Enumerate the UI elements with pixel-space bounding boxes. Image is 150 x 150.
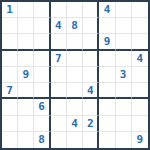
cell-r3c2[interactable]: [18, 34, 34, 50]
cell-r9c7[interactable]: [99, 132, 115, 148]
cell-r5c3[interactable]: [34, 67, 50, 83]
cell-r4c7[interactable]: [99, 51, 115, 67]
cell-r7c3[interactable]: 6: [34, 99, 50, 115]
cell-r1c4[interactable]: [51, 2, 67, 18]
cell-r6c1[interactable]: 7: [2, 83, 18, 99]
cell-r5c8[interactable]: 3: [116, 67, 132, 83]
cell-r5c1[interactable]: [2, 67, 18, 83]
cell-r1c6[interactable]: [83, 2, 99, 18]
given-digit: 2: [87, 117, 94, 128]
cell-r9c5[interactable]: [67, 132, 83, 148]
cell-r1c3[interactable]: [34, 2, 50, 18]
cell-r3c5[interactable]: [67, 34, 83, 50]
cell-r5c9[interactable]: [132, 67, 148, 83]
sudoku-board: 1448974937464289: [0, 0, 150, 150]
cell-r2c1[interactable]: [2, 18, 18, 34]
given-digit: 1: [6, 4, 13, 15]
cell-r8c4[interactable]: [51, 116, 67, 132]
cell-r2c5[interactable]: 8: [67, 18, 83, 34]
given-digit: 4: [55, 20, 62, 31]
cell-r2c3[interactable]: [34, 18, 50, 34]
cell-r5c6[interactable]: [83, 67, 99, 83]
cell-r3c7[interactable]: 9: [99, 34, 115, 50]
given-digit: 7: [55, 52, 62, 63]
cell-r6c5[interactable]: [67, 83, 83, 99]
cell-r5c7[interactable]: [99, 67, 115, 83]
cell-r7c1[interactable]: [2, 99, 18, 115]
cell-r7c2[interactable]: [18, 99, 34, 115]
cell-r5c5[interactable]: [67, 67, 83, 83]
cell-r8c8[interactable]: [116, 116, 132, 132]
cell-r3c6[interactable]: [83, 34, 99, 50]
cell-r4c6[interactable]: [83, 51, 99, 67]
cell-r6c2[interactable]: [18, 83, 34, 99]
cell-r6c8[interactable]: [116, 83, 132, 99]
cell-r1c7[interactable]: 4: [99, 2, 115, 18]
given-digit: 4: [137, 52, 144, 63]
cell-r5c4[interactable]: [51, 67, 67, 83]
given-digit: 9: [137, 134, 144, 145]
cell-r2c7[interactable]: [99, 18, 115, 34]
cell-r4c4[interactable]: 7: [51, 51, 67, 67]
cell-r1c8[interactable]: [116, 2, 132, 18]
cell-r7c9[interactable]: [132, 99, 148, 115]
cell-r1c5[interactable]: [67, 2, 83, 18]
given-digit: 3: [120, 68, 127, 79]
cell-r7c7[interactable]: [99, 99, 115, 115]
cell-r3c9[interactable]: [132, 34, 148, 50]
cell-r9c9[interactable]: 9: [132, 132, 148, 148]
cell-r4c8[interactable]: [116, 51, 132, 67]
cell-r2c6[interactable]: [83, 18, 99, 34]
cell-r6c4[interactable]: [51, 83, 67, 99]
cell-r4c5[interactable]: [67, 51, 83, 67]
cell-r7c6[interactable]: [83, 99, 99, 115]
cell-r8c5[interactable]: 4: [67, 116, 83, 132]
cell-r9c8[interactable]: [116, 132, 132, 148]
cell-r7c8[interactable]: [116, 99, 132, 115]
cell-r4c2[interactable]: [18, 51, 34, 67]
cell-r7c4[interactable]: [51, 99, 67, 115]
given-digit: 9: [23, 68, 30, 79]
given-digit: 7: [6, 84, 13, 95]
cell-r9c3[interactable]: 8: [34, 132, 50, 148]
cell-r6c6[interactable]: 4: [83, 83, 99, 99]
cell-r5c2[interactable]: 9: [18, 67, 34, 83]
cell-r6c9[interactable]: [132, 83, 148, 99]
cell-r2c8[interactable]: [116, 18, 132, 34]
cell-r1c1[interactable]: 1: [2, 2, 18, 18]
given-digit: 4: [104, 4, 111, 15]
cell-r4c1[interactable]: [2, 51, 18, 67]
given-digit: 6: [38, 101, 45, 112]
cell-r9c6[interactable]: [83, 132, 99, 148]
cell-r8c6[interactable]: 2: [83, 116, 99, 132]
cell-r9c2[interactable]: [18, 132, 34, 148]
cell-r8c2[interactable]: [18, 116, 34, 132]
cell-r2c4[interactable]: 4: [51, 18, 67, 34]
cell-r7c5[interactable]: [67, 99, 83, 115]
cell-r3c4[interactable]: [51, 34, 67, 50]
given-digit: 8: [71, 20, 78, 31]
cell-r8c9[interactable]: [132, 116, 148, 132]
cell-r8c3[interactable]: [34, 116, 50, 132]
given-digit: 4: [87, 84, 94, 95]
cell-r1c9[interactable]: [132, 2, 148, 18]
given-digit: 8: [38, 134, 45, 145]
cell-r3c8[interactable]: [116, 34, 132, 50]
cell-r8c7[interactable]: [99, 116, 115, 132]
cell-r9c1[interactable]: [2, 132, 18, 148]
given-digit: 4: [71, 117, 78, 128]
cell-r4c9[interactable]: 4: [132, 51, 148, 67]
cell-r2c2[interactable]: [18, 18, 34, 34]
cell-r1c2[interactable]: [18, 2, 34, 18]
cell-r4c3[interactable]: [34, 51, 50, 67]
cell-r2c9[interactable]: [132, 18, 148, 34]
cell-r3c3[interactable]: [34, 34, 50, 50]
given-digit: 9: [104, 36, 111, 47]
cell-r8c1[interactable]: [2, 116, 18, 132]
cell-r6c3[interactable]: [34, 83, 50, 99]
cell-r6c7[interactable]: [99, 83, 115, 99]
cell-r3c1[interactable]: [2, 34, 18, 50]
cell-r9c4[interactable]: [51, 132, 67, 148]
